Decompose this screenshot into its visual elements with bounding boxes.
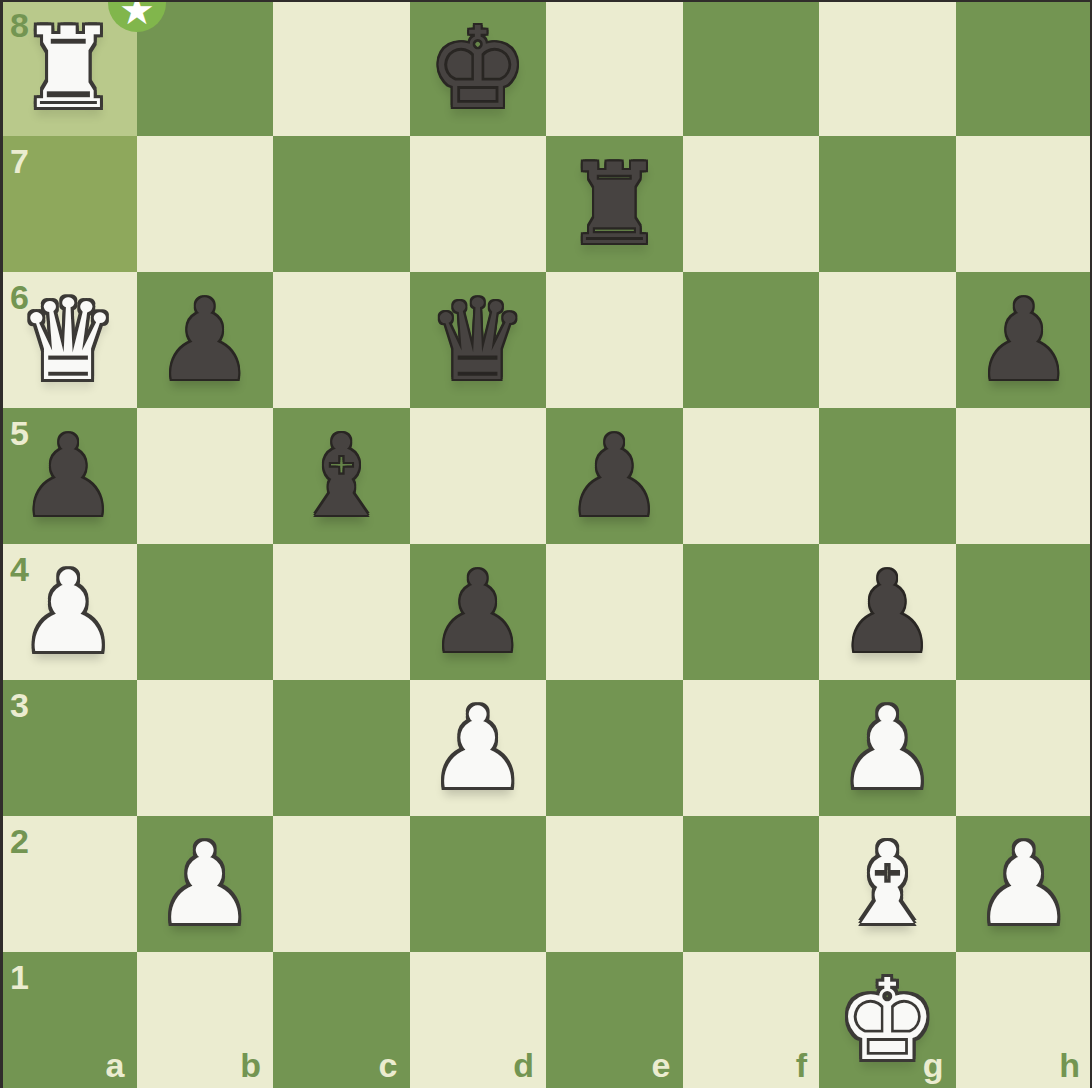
rank-label-1: 1 xyxy=(10,960,29,994)
square-a1[interactable]: 1a xyxy=(0,952,137,1088)
square-c8[interactable] xyxy=(273,0,410,136)
square-e1[interactable]: e xyxy=(546,952,683,1088)
square-a7[interactable]: 7 xyxy=(0,136,137,272)
square-f8[interactable] xyxy=(683,0,820,136)
file-label-c: c xyxy=(379,1048,398,1082)
file-label-h: h xyxy=(1059,1048,1080,1082)
square-e7[interactable]: ♜ xyxy=(546,136,683,272)
square-b7[interactable] xyxy=(137,136,274,272)
square-c5[interactable]: ♝ xyxy=(273,408,410,544)
white-pawn[interactable]: ♟ xyxy=(956,816,1092,952)
square-h8[interactable] xyxy=(956,0,1092,136)
black-pawn[interactable]: ♟ xyxy=(410,544,547,680)
square-g1[interactable]: g♚ xyxy=(819,952,956,1088)
square-d3[interactable]: ♟ xyxy=(410,680,547,816)
star-icon: ★ xyxy=(119,0,155,30)
file-label-a: a xyxy=(106,1048,125,1082)
square-f2[interactable] xyxy=(683,816,820,952)
white-pawn[interactable]: ♟ xyxy=(410,680,547,816)
square-g2[interactable]: ♝ xyxy=(819,816,956,952)
white-pawn[interactable]: ♟ xyxy=(0,544,137,680)
square-a6[interactable]: 6♛ xyxy=(0,272,137,408)
square-h4[interactable] xyxy=(956,544,1092,680)
square-g8[interactable] xyxy=(819,0,956,136)
square-f5[interactable] xyxy=(683,408,820,544)
square-h3[interactable] xyxy=(956,680,1092,816)
chess-board: 8♜♚7♜6♛♟♛♟5♟♝♟4♟♟♟3♟♟2♟♝♟1abcdefg♚h ★ xyxy=(0,0,1092,1088)
square-a5[interactable]: 5♟ xyxy=(0,408,137,544)
square-a4[interactable]: 4♟ xyxy=(0,544,137,680)
square-d8[interactable]: ♚ xyxy=(410,0,547,136)
file-label-b: b xyxy=(240,1048,261,1082)
white-pawn[interactable]: ♟ xyxy=(137,816,274,952)
black-rook[interactable]: ♜ xyxy=(546,136,683,272)
square-a2[interactable]: 2 xyxy=(0,816,137,952)
square-d7[interactable] xyxy=(410,136,547,272)
square-h7[interactable] xyxy=(956,136,1092,272)
square-f1[interactable]: f xyxy=(683,952,820,1088)
white-king[interactable]: ♚ xyxy=(819,952,956,1088)
square-f4[interactable] xyxy=(683,544,820,680)
square-d6[interactable]: ♛ xyxy=(410,272,547,408)
square-c3[interactable] xyxy=(273,680,410,816)
square-b1[interactable]: b xyxy=(137,952,274,1088)
square-b5[interactable] xyxy=(137,408,274,544)
white-bishop[interactable]: ♝ xyxy=(819,816,956,952)
square-g3[interactable]: ♟ xyxy=(819,680,956,816)
square-d5[interactable] xyxy=(410,408,547,544)
white-queen[interactable]: ♛ xyxy=(0,272,137,408)
black-queen[interactable]: ♛ xyxy=(410,272,547,408)
square-g7[interactable] xyxy=(819,136,956,272)
square-b2[interactable]: ♟ xyxy=(137,816,274,952)
square-g4[interactable]: ♟ xyxy=(819,544,956,680)
square-f7[interactable] xyxy=(683,136,820,272)
square-e2[interactable] xyxy=(546,816,683,952)
square-c7[interactable] xyxy=(273,136,410,272)
square-e8[interactable] xyxy=(546,0,683,136)
square-h2[interactable]: ♟ xyxy=(956,816,1092,952)
square-b6[interactable]: ♟ xyxy=(137,272,274,408)
board-grid: 8♜♚7♜6♛♟♛♟5♟♝♟4♟♟♟3♟♟2♟♝♟1abcdefg♚h xyxy=(0,0,1092,1088)
square-c2[interactable] xyxy=(273,816,410,952)
white-pawn[interactable]: ♟ xyxy=(819,680,956,816)
square-e3[interactable] xyxy=(546,680,683,816)
rank-label-7: 7 xyxy=(10,144,29,178)
square-c1[interactable]: c xyxy=(273,952,410,1088)
square-b3[interactable] xyxy=(137,680,274,816)
rank-label-3: 3 xyxy=(10,688,29,722)
square-h1[interactable]: h xyxy=(956,952,1092,1088)
black-bishop[interactable]: ♝ xyxy=(273,408,410,544)
rank-label-2: 2 xyxy=(10,824,29,858)
square-e4[interactable] xyxy=(546,544,683,680)
square-d2[interactable] xyxy=(410,816,547,952)
file-label-e: e xyxy=(652,1048,671,1082)
square-h6[interactable]: ♟ xyxy=(956,272,1092,408)
square-f3[interactable] xyxy=(683,680,820,816)
square-c6[interactable] xyxy=(273,272,410,408)
file-label-f: f xyxy=(796,1048,807,1082)
black-king[interactable]: ♚ xyxy=(410,0,547,136)
square-e5[interactable]: ♟ xyxy=(546,408,683,544)
square-b4[interactable] xyxy=(137,544,274,680)
black-pawn[interactable]: ♟ xyxy=(0,408,137,544)
square-c4[interactable] xyxy=(273,544,410,680)
black-pawn[interactable]: ♟ xyxy=(819,544,956,680)
square-d4[interactable]: ♟ xyxy=(410,544,547,680)
black-pawn[interactable]: ♟ xyxy=(956,272,1092,408)
file-label-d: d xyxy=(513,1048,534,1082)
black-pawn[interactable]: ♟ xyxy=(137,272,274,408)
black-pawn[interactable]: ♟ xyxy=(546,408,683,544)
square-g5[interactable] xyxy=(819,408,956,544)
square-e6[interactable] xyxy=(546,272,683,408)
square-a3[interactable]: 3 xyxy=(0,680,137,816)
square-g6[interactable] xyxy=(819,272,956,408)
square-f6[interactable] xyxy=(683,272,820,408)
square-h5[interactable] xyxy=(956,408,1092,544)
square-d1[interactable]: d xyxy=(410,952,547,1088)
